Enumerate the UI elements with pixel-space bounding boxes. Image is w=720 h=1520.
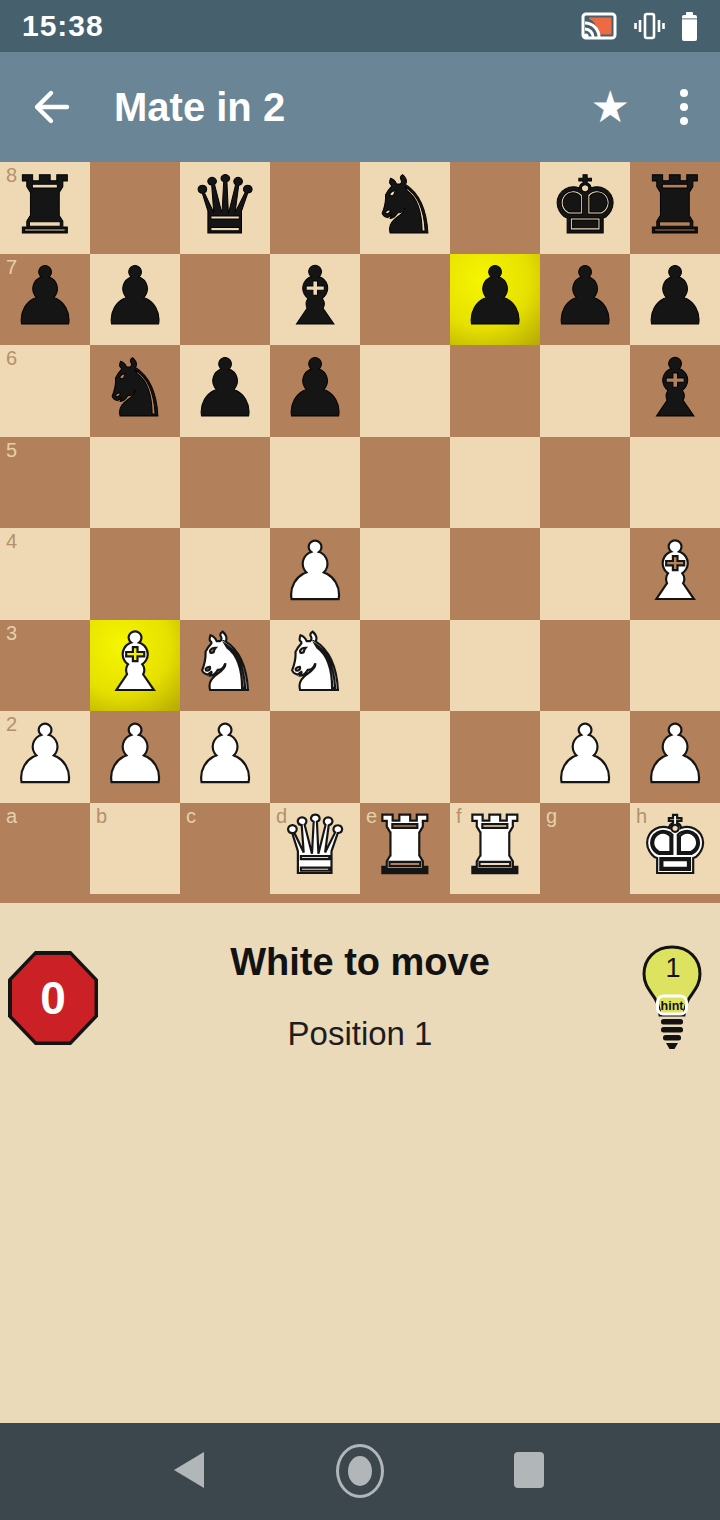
- square-d6[interactable]: ♟: [270, 345, 360, 437]
- square-d3[interactable]: ♞: [270, 620, 360, 712]
- square-h4[interactable]: ♝: [630, 528, 720, 620]
- square-h2[interactable]: ♟: [630, 711, 720, 803]
- piece-black-pawn-b7[interactable]: ♟: [99, 257, 171, 337]
- piece-black-knight-e8[interactable]: ♞: [369, 166, 441, 246]
- piece-white-pawn-b2[interactable]: ♟: [99, 715, 171, 795]
- square-c4[interactable]: [180, 528, 270, 620]
- piece-white-pawn-d4[interactable]: ♟: [279, 532, 351, 612]
- piece-black-pawn-h7[interactable]: ♟: [639, 257, 711, 337]
- app-bar: Mate in 2 ★: [0, 52, 720, 162]
- square-h5[interactable]: [630, 437, 720, 529]
- square-c2[interactable]: ♟: [180, 711, 270, 803]
- square-f5[interactable]: [450, 437, 540, 529]
- square-f2[interactable]: [450, 711, 540, 803]
- coord-label-b1: b: [96, 806, 107, 826]
- coord-label-a5: 5: [6, 440, 17, 460]
- square-a7[interactable]: 7♟: [0, 254, 90, 346]
- piece-black-pawn-a7[interactable]: ♟: [9, 257, 81, 337]
- square-e8[interactable]: ♞: [360, 162, 450, 254]
- square-c8[interactable]: ♛: [180, 162, 270, 254]
- cast-icon: [581, 12, 617, 40]
- piece-black-king-g8[interactable]: ♚: [549, 166, 621, 246]
- square-a8[interactable]: 8♜: [0, 162, 90, 254]
- piece-black-rook-h8[interactable]: ♜: [639, 166, 711, 246]
- battery-icon: [681, 12, 698, 41]
- square-b1[interactable]: b: [90, 803, 180, 895]
- square-e6[interactable]: [360, 345, 450, 437]
- square-d4[interactable]: ♟: [270, 528, 360, 620]
- coord-label-a1: a: [6, 806, 17, 826]
- square-d1[interactable]: d♛: [270, 803, 360, 895]
- square-a3[interactable]: 3: [0, 620, 90, 712]
- square-h3[interactable]: [630, 620, 720, 712]
- piece-white-rook-f1[interactable]: ♜: [459, 806, 531, 886]
- coord-label-a4: 4: [6, 531, 17, 551]
- piece-white-pawn-h2[interactable]: ♟: [639, 715, 711, 795]
- chess-board: 8♜♛♞♚♜7♟♟♝♟♟♟6♞♟♟♝54♟♝3♝♞♞2♟♟♟♟♟abcd♛e♜f…: [0, 162, 720, 894]
- piece-black-queen-c8[interactable]: ♛: [189, 166, 261, 246]
- square-b5[interactable]: [90, 437, 180, 529]
- piece-black-knight-b6[interactable]: ♞: [99, 349, 171, 429]
- piece-black-rook-a8[interactable]: ♜: [9, 166, 81, 246]
- square-a6[interactable]: 6: [0, 345, 90, 437]
- phone-screen: 15:38: [0, 0, 720, 1520]
- hint-button[interactable]: 1 hint: [636, 943, 708, 1071]
- square-e2[interactable]: [360, 711, 450, 803]
- stop-sign-icon: 0: [8, 951, 98, 1045]
- square-e7[interactable]: [360, 254, 450, 346]
- square-g6[interactable]: [540, 345, 630, 437]
- square-g4[interactable]: [540, 528, 630, 620]
- square-h6[interactable]: ♝: [630, 345, 720, 437]
- square-g2[interactable]: ♟: [540, 711, 630, 803]
- mistake-count: 0: [40, 971, 66, 1025]
- square-d5[interactable]: [270, 437, 360, 529]
- square-c6[interactable]: ♟: [180, 345, 270, 437]
- back-arrow-icon[interactable]: [26, 84, 72, 130]
- page-title: Mate in 2: [114, 85, 285, 130]
- hint-label: hint: [661, 999, 685, 1013]
- home-circle-icon[interactable]: [336, 1444, 384, 1498]
- square-a5[interactable]: 5: [0, 437, 90, 529]
- star-icon[interactable]: ★: [591, 85, 630, 129]
- clock: 15:38: [22, 9, 104, 43]
- square-g8[interactable]: ♚: [540, 162, 630, 254]
- square-f3[interactable]: [450, 620, 540, 712]
- square-c3[interactable]: ♞: [180, 620, 270, 712]
- piece-white-pawn-g2[interactable]: ♟: [549, 715, 621, 795]
- coord-label-a6: 6: [6, 348, 17, 368]
- square-h8[interactable]: ♜: [630, 162, 720, 254]
- square-g7[interactable]: ♟: [540, 254, 630, 346]
- piece-black-bishop-d7[interactable]: ♝: [279, 257, 351, 337]
- hint-count: 1: [665, 953, 680, 983]
- status-bar: 15:38: [0, 0, 720, 52]
- piece-black-pawn-g7[interactable]: ♟: [549, 257, 621, 337]
- square-h7[interactable]: ♟: [630, 254, 720, 346]
- piece-white-bishop-b3[interactable]: ♝: [99, 623, 171, 703]
- square-e1[interactable]: e♜: [360, 803, 450, 895]
- position-label: Position 1: [110, 1015, 610, 1053]
- side-to-move-heading: White to move: [110, 941, 610, 984]
- coord-label-c1: c: [186, 806, 196, 826]
- back-triangle-icon[interactable]: [174, 1452, 204, 1488]
- stop-sign-counter[interactable]: 0: [8, 951, 98, 1045]
- square-a1[interactable]: a: [0, 803, 90, 895]
- square-a2[interactable]: 2♟: [0, 711, 90, 803]
- square-b6[interactable]: ♞: [90, 345, 180, 437]
- board-bottom-edge: [0, 894, 720, 903]
- piece-white-knight-d3[interactable]: ♞: [279, 623, 351, 703]
- android-nav-bar: [0, 1423, 720, 1520]
- square-b2[interactable]: ♟: [90, 711, 180, 803]
- piece-white-bishop-h4[interactable]: ♝: [639, 532, 711, 612]
- square-d7[interactable]: ♝: [270, 254, 360, 346]
- piece-white-rook-e1[interactable]: ♜: [369, 806, 441, 886]
- square-d2[interactable]: [270, 711, 360, 803]
- square-e5[interactable]: [360, 437, 450, 529]
- square-g5[interactable]: [540, 437, 630, 529]
- square-f1[interactable]: f♜: [450, 803, 540, 895]
- square-c1[interactable]: c: [180, 803, 270, 895]
- recents-square-icon[interactable]: [514, 1452, 544, 1488]
- square-f8[interactable]: [450, 162, 540, 254]
- square-c5[interactable]: [180, 437, 270, 529]
- piece-black-pawn-c6[interactable]: ♟: [189, 349, 261, 429]
- square-f6[interactable]: [450, 345, 540, 437]
- square-b8[interactable]: [90, 162, 180, 254]
- piece-black-pawn-d6[interactable]: ♟: [279, 349, 351, 429]
- square-g3[interactable]: [540, 620, 630, 712]
- hint-bulb-icon: 1 hint: [636, 943, 708, 1067]
- square-e4[interactable]: [360, 528, 450, 620]
- piece-black-bishop-h6[interactable]: ♝: [639, 349, 711, 429]
- piece-white-knight-c3[interactable]: ♞: [189, 623, 261, 703]
- square-b4[interactable]: [90, 528, 180, 620]
- coord-label-a3: 3: [6, 623, 17, 643]
- square-g1[interactable]: g: [540, 803, 630, 895]
- overflow-menu-icon[interactable]: [674, 83, 694, 131]
- piece-white-queen-d1[interactable]: ♛: [279, 806, 351, 886]
- square-f7[interactable]: ♟: [450, 254, 540, 346]
- square-c7[interactable]: [180, 254, 270, 346]
- square-b3[interactable]: ♝: [90, 620, 180, 712]
- info-panel: 0 White to move Position 1 1 hint: [0, 903, 720, 1423]
- piece-white-pawn-c2[interactable]: ♟: [189, 715, 261, 795]
- square-b7[interactable]: ♟: [90, 254, 180, 346]
- square-f4[interactable]: [450, 528, 540, 620]
- vibrate-icon: [633, 12, 665, 40]
- piece-white-king-h1[interactable]: ♚: [639, 806, 711, 886]
- coord-label-g1: g: [546, 806, 557, 826]
- piece-white-pawn-a2[interactable]: ♟: [9, 715, 81, 795]
- square-e3[interactable]: [360, 620, 450, 712]
- square-d8[interactable]: [270, 162, 360, 254]
- square-h1[interactable]: h♚: [630, 803, 720, 895]
- piece-black-pawn-f7[interactable]: ♟: [459, 257, 531, 337]
- square-a4[interactable]: 4: [0, 528, 90, 620]
